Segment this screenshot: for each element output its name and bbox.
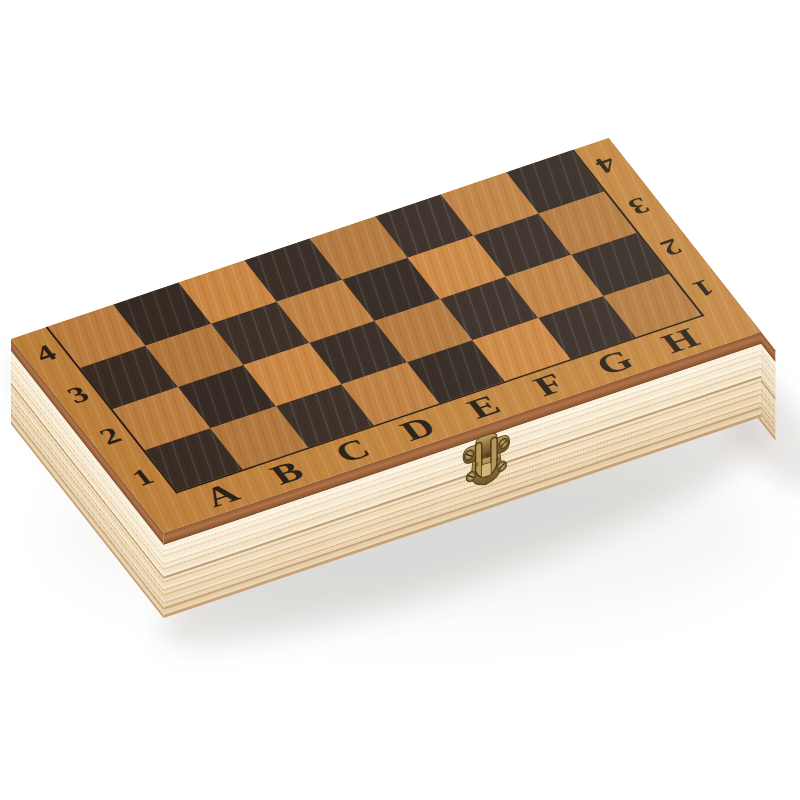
product-photo: ABCDEFGH 4321 4321 xyxy=(0,0,800,800)
